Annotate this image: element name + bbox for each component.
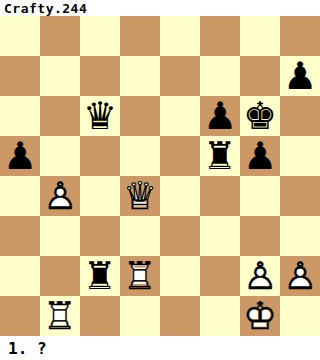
square-f3[interactable] bbox=[200, 216, 240, 256]
square-e4[interactable] bbox=[160, 176, 200, 216]
square-g8[interactable] bbox=[240, 16, 280, 56]
square-d4[interactable]: ♛♕ bbox=[120, 176, 160, 216]
square-d7[interactable] bbox=[120, 56, 160, 96]
square-f5[interactable]: ♜ bbox=[200, 136, 240, 176]
black-queen[interactable]: ♛ bbox=[80, 96, 120, 136]
square-c7[interactable] bbox=[80, 56, 120, 96]
black-pawn[interactable]: ♟ bbox=[200, 96, 240, 136]
square-e2[interactable] bbox=[160, 256, 200, 296]
square-g1[interactable]: ♚♔ bbox=[240, 296, 280, 336]
square-d1[interactable] bbox=[120, 296, 160, 336]
square-a7[interactable] bbox=[0, 56, 40, 96]
square-h2[interactable]: ♟♙ bbox=[280, 256, 320, 296]
white-pawn[interactable]: ♙ bbox=[280, 256, 320, 296]
square-h5[interactable] bbox=[280, 136, 320, 176]
square-f2[interactable] bbox=[200, 256, 240, 296]
square-e1[interactable] bbox=[160, 296, 200, 336]
square-d5[interactable] bbox=[120, 136, 160, 176]
square-a6[interactable] bbox=[0, 96, 40, 136]
square-h8[interactable] bbox=[280, 16, 320, 56]
square-f1[interactable] bbox=[200, 296, 240, 336]
square-b7[interactable] bbox=[40, 56, 80, 96]
square-e6[interactable] bbox=[160, 96, 200, 136]
square-a5[interactable]: ♟ bbox=[0, 136, 40, 176]
square-b1[interactable]: ♜♖ bbox=[40, 296, 80, 336]
square-f7[interactable] bbox=[200, 56, 240, 96]
white-queen[interactable]: ♕ bbox=[120, 176, 160, 216]
square-d8[interactable] bbox=[120, 16, 160, 56]
square-d6[interactable] bbox=[120, 96, 160, 136]
square-g5[interactable]: ♟ bbox=[240, 136, 280, 176]
square-c5[interactable] bbox=[80, 136, 120, 176]
white-rook[interactable]: ♖ bbox=[120, 256, 160, 296]
square-c8[interactable] bbox=[80, 16, 120, 56]
square-h3[interactable] bbox=[280, 216, 320, 256]
black-rook[interactable]: ♜ bbox=[200, 136, 240, 176]
square-b3[interactable] bbox=[40, 216, 80, 256]
square-c1[interactable] bbox=[80, 296, 120, 336]
square-g3[interactable] bbox=[240, 216, 280, 256]
status-bar: 1. ? bbox=[0, 336, 320, 360]
square-a1[interactable] bbox=[0, 296, 40, 336]
square-f8[interactable] bbox=[200, 16, 240, 56]
square-g4[interactable] bbox=[240, 176, 280, 216]
square-h4[interactable] bbox=[280, 176, 320, 216]
square-e7[interactable] bbox=[160, 56, 200, 96]
window-title: Crafty.244 bbox=[0, 1, 87, 16]
white-pawn[interactable]: ♙ bbox=[40, 176, 80, 216]
white-king[interactable]: ♔ bbox=[240, 296, 280, 336]
square-h1[interactable] bbox=[280, 296, 320, 336]
square-d2[interactable]: ♜♖ bbox=[120, 256, 160, 296]
black-pawn[interactable]: ♟ bbox=[240, 136, 280, 176]
square-g2[interactable]: ♟♙ bbox=[240, 256, 280, 296]
square-g7[interactable] bbox=[240, 56, 280, 96]
square-d3[interactable] bbox=[120, 216, 160, 256]
square-b5[interactable] bbox=[40, 136, 80, 176]
square-f4[interactable] bbox=[200, 176, 240, 216]
square-b4[interactable]: ♟♙ bbox=[40, 176, 80, 216]
square-a8[interactable] bbox=[0, 16, 40, 56]
square-a4[interactable] bbox=[0, 176, 40, 216]
square-c2[interactable]: ♜ bbox=[80, 256, 120, 296]
crafty-window: Crafty.244 ♟♛♟♚♟♜♟♟♙♛♕♜♜♖♟♙♟♙♜♖♚♔ 1. ? bbox=[0, 0, 320, 360]
white-pawn[interactable]: ♙ bbox=[240, 256, 280, 296]
square-e3[interactable] bbox=[160, 216, 200, 256]
square-e8[interactable] bbox=[160, 16, 200, 56]
square-f6[interactable]: ♟ bbox=[200, 96, 240, 136]
square-b8[interactable] bbox=[40, 16, 80, 56]
black-king[interactable]: ♚ bbox=[240, 96, 280, 136]
square-c3[interactable] bbox=[80, 216, 120, 256]
square-h6[interactable] bbox=[280, 96, 320, 136]
white-rook[interactable]: ♖ bbox=[40, 296, 80, 336]
square-c6[interactable]: ♛ bbox=[80, 96, 120, 136]
chess-board: ♟♛♟♚♟♜♟♟♙♛♕♜♜♖♟♙♟♙♜♖♚♔ bbox=[0, 16, 320, 336]
move-prompt: 1. ? bbox=[0, 339, 47, 358]
square-e5[interactable] bbox=[160, 136, 200, 176]
square-b6[interactable] bbox=[40, 96, 80, 136]
black-pawn[interactable]: ♟ bbox=[280, 56, 320, 96]
square-g6[interactable]: ♚ bbox=[240, 96, 280, 136]
square-c4[interactable] bbox=[80, 176, 120, 216]
black-rook[interactable]: ♜ bbox=[80, 256, 120, 296]
square-b2[interactable] bbox=[40, 256, 80, 296]
black-pawn[interactable]: ♟ bbox=[0, 136, 40, 176]
title-bar: Crafty.244 bbox=[0, 0, 320, 16]
square-h7[interactable]: ♟ bbox=[280, 56, 320, 96]
square-a2[interactable] bbox=[0, 256, 40, 296]
square-a3[interactable] bbox=[0, 216, 40, 256]
